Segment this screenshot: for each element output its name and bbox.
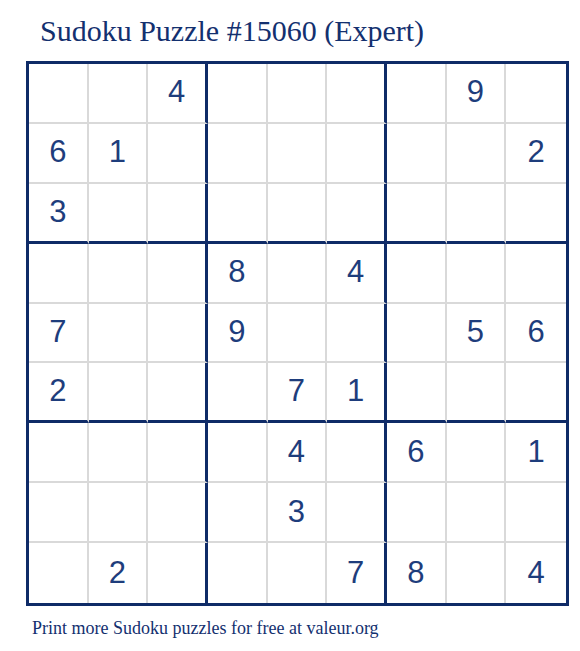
sudoku-cell-r7c4 <box>208 423 268 483</box>
sudoku-cell-r1c9 <box>506 64 566 124</box>
sudoku-cell-r5c8: 5 <box>447 304 507 364</box>
sudoku-cell-r4c1 <box>29 244 89 304</box>
sudoku-cell-r3c8 <box>447 184 507 244</box>
sudoku-cell-r8c5: 3 <box>268 483 328 543</box>
sudoku-cell-r6c9 <box>506 363 566 423</box>
sudoku-cell-r4c5 <box>268 244 328 304</box>
page-title: Sudoku Puzzle #15060 (Expert) <box>40 14 424 48</box>
sudoku-cell-r5c2 <box>89 304 149 364</box>
sudoku-cell-r5c4: 9 <box>208 304 268 364</box>
sudoku-cell-r1c6 <box>327 64 387 124</box>
sudoku-cell-r7c5: 4 <box>268 423 328 483</box>
sudoku-cell-r2c6 <box>327 124 387 184</box>
sudoku-cell-r4c9 <box>506 244 566 304</box>
sudoku-cell-r5c9: 6 <box>506 304 566 364</box>
sudoku-cell-r9c1 <box>29 543 89 603</box>
sudoku-cell-r8c2 <box>89 483 149 543</box>
sudoku-cell-r9c2: 2 <box>89 543 149 603</box>
sudoku-cell-r4c4: 8 <box>208 244 268 304</box>
sudoku-cell-r8c7 <box>387 483 447 543</box>
sudoku-cell-r9c4 <box>208 543 268 603</box>
sudoku-cell-r6c8 <box>447 363 507 423</box>
footer-text: Print more Sudoku puzzles for free at va… <box>32 618 379 639</box>
sudoku-cell-r3c1: 3 <box>29 184 89 244</box>
sudoku-cell-r5c7 <box>387 304 447 364</box>
sudoku-cell-r4c6: 4 <box>327 244 387 304</box>
sudoku-cell-r1c8: 9 <box>447 64 507 124</box>
sudoku-cell-r9c6: 7 <box>327 543 387 603</box>
sudoku-cell-r2c3 <box>148 124 208 184</box>
sudoku-cell-r5c1: 7 <box>29 304 89 364</box>
sudoku-cell-r9c8 <box>447 543 507 603</box>
sudoku-cell-r9c9: 4 <box>506 543 566 603</box>
sudoku-cell-r7c1 <box>29 423 89 483</box>
sudoku-cell-r8c4 <box>208 483 268 543</box>
sudoku-cell-r2c1: 6 <box>29 124 89 184</box>
sudoku-cell-r8c8 <box>447 483 507 543</box>
sudoku-cell-r3c2 <box>89 184 149 244</box>
sudoku-cell-r2c2: 1 <box>89 124 149 184</box>
sudoku-cell-r8c1 <box>29 483 89 543</box>
sudoku-cell-r6c3 <box>148 363 208 423</box>
sudoku-cell-r6c1: 2 <box>29 363 89 423</box>
sudoku-cell-r2c8 <box>447 124 507 184</box>
sudoku-cell-r1c5 <box>268 64 328 124</box>
sudoku-cell-r1c2 <box>89 64 149 124</box>
sudoku-cell-r1c1 <box>29 64 89 124</box>
sudoku-cell-r7c7: 6 <box>387 423 447 483</box>
sudoku-cell-r1c4 <box>208 64 268 124</box>
sudoku-cell-r9c7: 8 <box>387 543 447 603</box>
sudoku-board: 49612384795627146132784 <box>26 61 569 606</box>
sudoku-cell-r4c3 <box>148 244 208 304</box>
sudoku-cell-r2c7 <box>387 124 447 184</box>
sudoku-cell-r9c3 <box>148 543 208 603</box>
sudoku-cell-r6c2 <box>89 363 149 423</box>
sudoku-cell-r6c6: 1 <box>327 363 387 423</box>
sudoku-cell-r7c8 <box>447 423 507 483</box>
sudoku-cell-r2c5 <box>268 124 328 184</box>
sudoku-cell-r5c3 <box>148 304 208 364</box>
sudoku-cell-r3c4 <box>208 184 268 244</box>
sudoku-cell-r7c2 <box>89 423 149 483</box>
sudoku-cell-r3c6 <box>327 184 387 244</box>
sudoku-cell-r5c5 <box>268 304 328 364</box>
sudoku-cell-r7c6 <box>327 423 387 483</box>
sudoku-cell-r9c5 <box>268 543 328 603</box>
sudoku-cell-r6c5: 7 <box>268 363 328 423</box>
sudoku-cell-r3c3 <box>148 184 208 244</box>
sudoku-cell-r3c5 <box>268 184 328 244</box>
sudoku-cell-r8c3 <box>148 483 208 543</box>
sudoku-cell-r2c9: 2 <box>506 124 566 184</box>
sudoku-cell-r5c6 <box>327 304 387 364</box>
sudoku-cell-r2c4 <box>208 124 268 184</box>
sudoku-cell-r1c3: 4 <box>148 64 208 124</box>
sudoku-cell-r4c7 <box>387 244 447 304</box>
sudoku-cell-r1c7 <box>387 64 447 124</box>
sudoku-page: Sudoku Puzzle #15060 (Expert) 4961238479… <box>0 0 580 651</box>
sudoku-cell-r3c9 <box>506 184 566 244</box>
sudoku-cell-r8c9 <box>506 483 566 543</box>
sudoku-cell-r7c3 <box>148 423 208 483</box>
sudoku-cell-r4c2 <box>89 244 149 304</box>
sudoku-cell-r7c9: 1 <box>506 423 566 483</box>
sudoku-cell-r6c4 <box>208 363 268 423</box>
sudoku-cell-r3c7 <box>387 184 447 244</box>
sudoku-cell-r6c7 <box>387 363 447 423</box>
sudoku-cell-r8c6 <box>327 483 387 543</box>
sudoku-cell-r4c8 <box>447 244 507 304</box>
